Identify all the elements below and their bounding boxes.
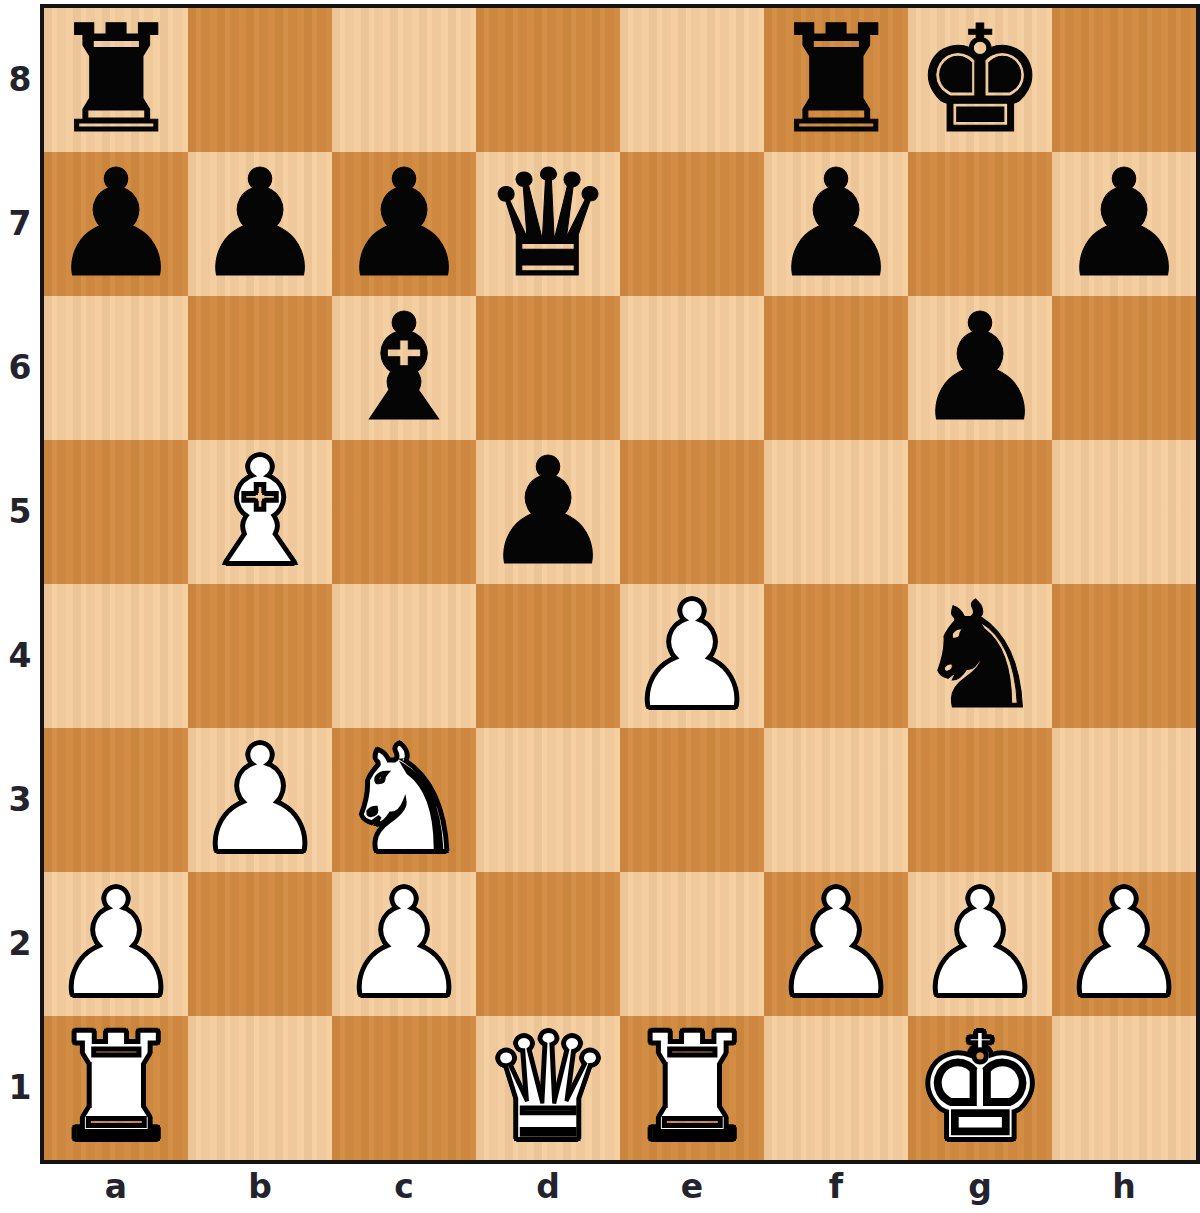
rank-labels: 8 7 6 5 4 3 2 1 [0, 8, 40, 1160]
white-pawn[interactable]: ♟ [1058, 870, 1191, 1018]
black-pawn[interactable]: ♟ [194, 150, 327, 298]
square-c1[interactable] [332, 1016, 476, 1160]
white-pawn[interactable]: ♟ [770, 870, 903, 1018]
board-frame: ♜♜♚♟♟♟♛♟♟♝♟♝♟♟♞♟♞♟♟♟♟♟♜♛♜♚ [40, 4, 1200, 1164]
chessboard: ♜♜♚♟♟♟♛♟♟♝♟♝♟♟♞♟♞♟♟♟♟♟♜♛♜♚ [44, 8, 1196, 1160]
white-pawn[interactable]: ♟ [626, 582, 759, 730]
square-b2[interactable] [188, 872, 332, 1016]
square-f8[interactable]: ♜ [764, 8, 908, 152]
black-pawn[interactable]: ♟ [338, 150, 471, 298]
square-f5[interactable] [764, 440, 908, 584]
square-c2[interactable]: ♟ [332, 872, 476, 1016]
rank-label-1: 1 [0, 1016, 40, 1160]
square-f4[interactable] [764, 584, 908, 728]
white-pawn[interactable]: ♟ [194, 726, 327, 874]
square-d5[interactable]: ♟ [476, 440, 620, 584]
square-c3[interactable]: ♞ [332, 728, 476, 872]
black-queen[interactable]: ♛ [482, 150, 615, 298]
square-a3[interactable] [44, 728, 188, 872]
square-b5[interactable]: ♝ [188, 440, 332, 584]
file-label-b: b [188, 1166, 332, 1210]
rank-label-4: 4 [0, 584, 40, 728]
square-a5[interactable] [44, 440, 188, 584]
square-g3[interactable] [908, 728, 1052, 872]
page: 8 7 6 5 4 3 2 1 ♜♜♚♟♟♟♛♟♟♝♟♝♟♟♞♟♞♟♟♟♟♟♜♛… [0, 0, 1200, 1213]
square-e6[interactable] [620, 296, 764, 440]
black-pawn[interactable]: ♟ [482, 438, 615, 586]
square-h2[interactable]: ♟ [1052, 872, 1196, 1016]
square-h1[interactable] [1052, 1016, 1196, 1160]
square-e4[interactable]: ♟ [620, 584, 764, 728]
square-f2[interactable]: ♟ [764, 872, 908, 1016]
black-pawn[interactable]: ♟ [770, 150, 903, 298]
square-d3[interactable] [476, 728, 620, 872]
black-bishop[interactable]: ♝ [338, 294, 471, 442]
square-f3[interactable] [764, 728, 908, 872]
white-pawn[interactable]: ♟ [914, 870, 1047, 1018]
black-knight[interactable]: ♞ [914, 582, 1047, 730]
square-a4[interactable] [44, 584, 188, 728]
square-a8[interactable]: ♜ [44, 8, 188, 152]
square-f1[interactable] [764, 1016, 908, 1160]
white-king[interactable]: ♚ [914, 1014, 1047, 1162]
file-label-f: f [764, 1166, 908, 1210]
square-c4[interactable] [332, 584, 476, 728]
square-h3[interactable] [1052, 728, 1196, 872]
square-h4[interactable] [1052, 584, 1196, 728]
white-rook[interactable]: ♜ [626, 1014, 759, 1162]
square-b1[interactable] [188, 1016, 332, 1160]
square-e2[interactable] [620, 872, 764, 1016]
square-g2[interactable]: ♟ [908, 872, 1052, 1016]
black-pawn[interactable]: ♟ [50, 150, 183, 298]
white-rook[interactable]: ♜ [50, 1014, 183, 1162]
square-d7[interactable]: ♛ [476, 152, 620, 296]
square-c6[interactable]: ♝ [332, 296, 476, 440]
black-pawn[interactable]: ♟ [914, 294, 1047, 442]
square-b8[interactable] [188, 8, 332, 152]
square-d6[interactable] [476, 296, 620, 440]
square-a2[interactable]: ♟ [44, 872, 188, 1016]
white-bishop[interactable]: ♝ [194, 438, 327, 586]
square-f6[interactable] [764, 296, 908, 440]
square-e3[interactable] [620, 728, 764, 872]
square-d8[interactable] [476, 8, 620, 152]
white-pawn[interactable]: ♟ [50, 870, 183, 1018]
square-b4[interactable] [188, 584, 332, 728]
square-h8[interactable] [1052, 8, 1196, 152]
square-f7[interactable]: ♟ [764, 152, 908, 296]
square-b7[interactable]: ♟ [188, 152, 332, 296]
square-g7[interactable] [908, 152, 1052, 296]
square-d4[interactable] [476, 584, 620, 728]
square-c5[interactable] [332, 440, 476, 584]
square-h6[interactable] [1052, 296, 1196, 440]
square-g1[interactable]: ♚ [908, 1016, 1052, 1160]
square-g6[interactable]: ♟ [908, 296, 1052, 440]
black-rook[interactable]: ♜ [50, 6, 183, 154]
black-pawn[interactable]: ♟ [1058, 150, 1191, 298]
white-knight[interactable]: ♞ [338, 726, 471, 874]
file-label-h: h [1052, 1166, 1196, 1210]
square-h5[interactable] [1052, 440, 1196, 584]
black-king[interactable]: ♚ [914, 6, 1047, 154]
rank-label-2: 2 [0, 872, 40, 1016]
rank-label-3: 3 [0, 728, 40, 872]
rank-label-5: 5 [0, 440, 40, 584]
square-e1[interactable]: ♜ [620, 1016, 764, 1160]
square-a1[interactable]: ♜ [44, 1016, 188, 1160]
square-g8[interactable]: ♚ [908, 8, 1052, 152]
square-a6[interactable] [44, 296, 188, 440]
square-d1[interactable]: ♛ [476, 1016, 620, 1160]
white-pawn[interactable]: ♟ [338, 870, 471, 1018]
white-queen[interactable]: ♛ [482, 1014, 615, 1162]
square-b6[interactable] [188, 296, 332, 440]
square-d2[interactable] [476, 872, 620, 1016]
rank-label-8: 8 [0, 8, 40, 152]
rank-label-6: 6 [0, 296, 40, 440]
square-e8[interactable] [620, 8, 764, 152]
square-a7[interactable]: ♟ [44, 152, 188, 296]
square-g5[interactable] [908, 440, 1052, 584]
file-label-c: c [332, 1166, 476, 1210]
square-b3[interactable]: ♟ [188, 728, 332, 872]
square-h7[interactable]: ♟ [1052, 152, 1196, 296]
square-e7[interactable] [620, 152, 764, 296]
square-g4[interactable]: ♞ [908, 584, 1052, 728]
square-e5[interactable] [620, 440, 764, 584]
black-rook[interactable]: ♜ [770, 6, 903, 154]
rank-label-7: 7 [0, 152, 40, 296]
square-c8[interactable] [332, 8, 476, 152]
square-c7[interactable]: ♟ [332, 152, 476, 296]
